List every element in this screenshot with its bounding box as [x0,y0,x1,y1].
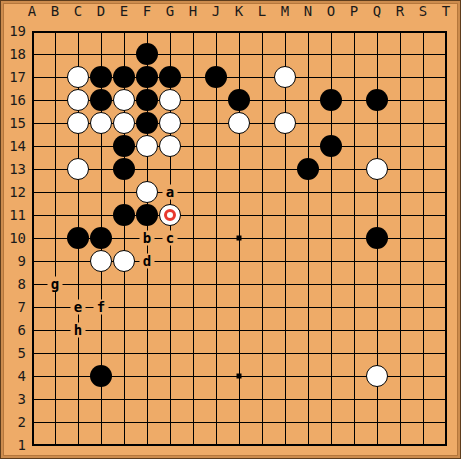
column-label-D: D [89,3,113,19]
column-label-J: J [204,3,228,19]
go-board: ABCDEFGHJKLMNOPQRST 19181716151413121110… [0,0,461,459]
white-stone-F14[interactable] [136,135,158,157]
white-stone-E16[interactable] [113,89,135,111]
white-stone-G16[interactable] [159,89,181,111]
point-label-f: f [94,300,109,315]
black-stone-K16[interactable] [228,89,250,111]
black-stone-N13[interactable] [297,158,319,180]
point-label-e: e [71,300,86,315]
point-label-h: h [71,323,86,338]
black-stone-Q16[interactable] [366,89,388,111]
row-label-10: 10 [0,230,26,246]
white-stone-C16[interactable] [67,89,89,111]
row-label-4: 4 [0,368,26,384]
row-label-17: 17 [0,69,26,85]
white-stone-C17[interactable] [67,66,89,88]
row-label-7: 7 [0,299,26,315]
column-label-R: R [388,3,412,19]
row-label-11: 11 [0,207,26,223]
row-label-9: 9 [0,253,26,269]
white-stone-F12[interactable] [136,181,158,203]
black-stone-F16[interactable] [136,89,158,111]
black-stone-F15[interactable] [136,112,158,134]
row-label-6: 6 [0,322,26,338]
row-label-13: 13 [0,161,26,177]
row-label-3: 3 [0,391,26,407]
white-stone-M17[interactable] [274,66,296,88]
black-stone-D16[interactable] [90,89,112,111]
row-label-14: 14 [0,138,26,154]
column-label-G: G [158,3,182,19]
white-stone-M15[interactable] [274,112,296,134]
black-stone-G17[interactable] [159,66,181,88]
row-label-2: 2 [0,414,26,430]
star-point-K4 [237,374,242,379]
point-label-b: b [140,231,155,246]
column-label-K: K [227,3,251,19]
column-label-B: B [43,3,67,19]
black-stone-E11[interactable] [113,204,135,226]
column-label-P: P [342,3,366,19]
white-stone-Q4[interactable] [366,365,388,387]
column-label-E: E [112,3,136,19]
column-label-L: L [250,3,274,19]
circle-marker [164,209,176,221]
white-stone-G11[interactable] [159,204,181,226]
row-label-19: 19 [0,23,26,39]
column-label-M: M [273,3,297,19]
column-label-C: C [66,3,90,19]
white-stone-E9[interactable] [113,250,135,272]
star-point-K10 [237,236,242,241]
white-stone-E15[interactable] [113,112,135,134]
white-stone-K15[interactable] [228,112,250,134]
column-label-O: O [319,3,343,19]
point-label-g: g [48,277,63,292]
black-stone-D10[interactable] [90,227,112,249]
point-label-a: a [163,185,178,200]
white-stone-G14[interactable] [159,135,181,157]
black-stone-E14[interactable] [113,135,135,157]
column-label-S: S [411,3,435,19]
black-stone-O16[interactable] [320,89,342,111]
white-stone-D9[interactable] [90,250,112,272]
column-label-F: F [135,3,159,19]
black-stone-D4[interactable] [90,365,112,387]
white-stone-Q13[interactable] [366,158,388,180]
white-stone-C15[interactable] [67,112,89,134]
black-stone-J17[interactable] [205,66,227,88]
row-label-12: 12 [0,184,26,200]
black-stone-F17[interactable] [136,66,158,88]
board-grid[interactable]: abcdefgh [32,31,447,446]
column-label-N: N [296,3,320,19]
black-stone-E13[interactable] [113,158,135,180]
column-label-A: A [20,3,44,19]
column-label-T: T [434,3,458,19]
row-label-1: 1 [0,437,26,453]
white-stone-G15[interactable] [159,112,181,134]
row-label-18: 18 [0,46,26,62]
black-stone-F11[interactable] [136,204,158,226]
column-label-Q: Q [365,3,389,19]
row-label-16: 16 [0,92,26,108]
black-stone-F18[interactable] [136,43,158,65]
black-stone-Q10[interactable] [366,227,388,249]
row-label-8: 8 [0,276,26,292]
point-label-c: c [163,231,178,246]
black-stone-O14[interactable] [320,135,342,157]
point-label-d: d [140,254,155,269]
black-stone-C10[interactable] [67,227,89,249]
white-stone-C13[interactable] [67,158,89,180]
row-label-15: 15 [0,115,26,131]
column-label-H: H [181,3,205,19]
white-stone-D15[interactable] [90,112,112,134]
black-stone-E17[interactable] [113,66,135,88]
black-stone-D17[interactable] [90,66,112,88]
row-label-5: 5 [0,345,26,361]
